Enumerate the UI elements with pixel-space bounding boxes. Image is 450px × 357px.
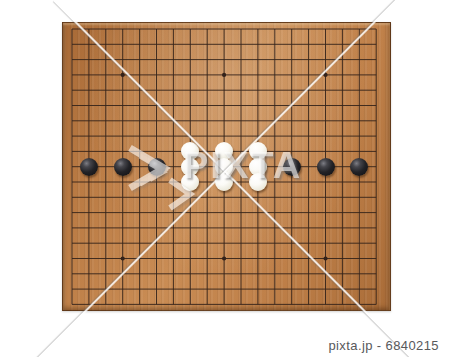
black-stone xyxy=(350,158,368,176)
black-stone xyxy=(283,158,301,176)
black-stone xyxy=(114,158,132,176)
star-point xyxy=(323,73,327,77)
go-board xyxy=(62,22,391,311)
white-stone xyxy=(215,173,233,191)
star-point xyxy=(222,73,226,77)
black-stone xyxy=(148,158,166,176)
black-stone xyxy=(80,158,98,176)
stock-photo-page: PIXTA pixta.jp - 6840215 xyxy=(0,0,450,357)
star-point xyxy=(121,256,125,260)
star-point xyxy=(222,256,226,260)
star-point xyxy=(121,73,125,77)
star-point xyxy=(323,256,327,260)
credit-text: pixta.jp - 6840215 xyxy=(328,338,439,353)
black-stone xyxy=(317,158,335,176)
white-stone xyxy=(249,173,267,191)
